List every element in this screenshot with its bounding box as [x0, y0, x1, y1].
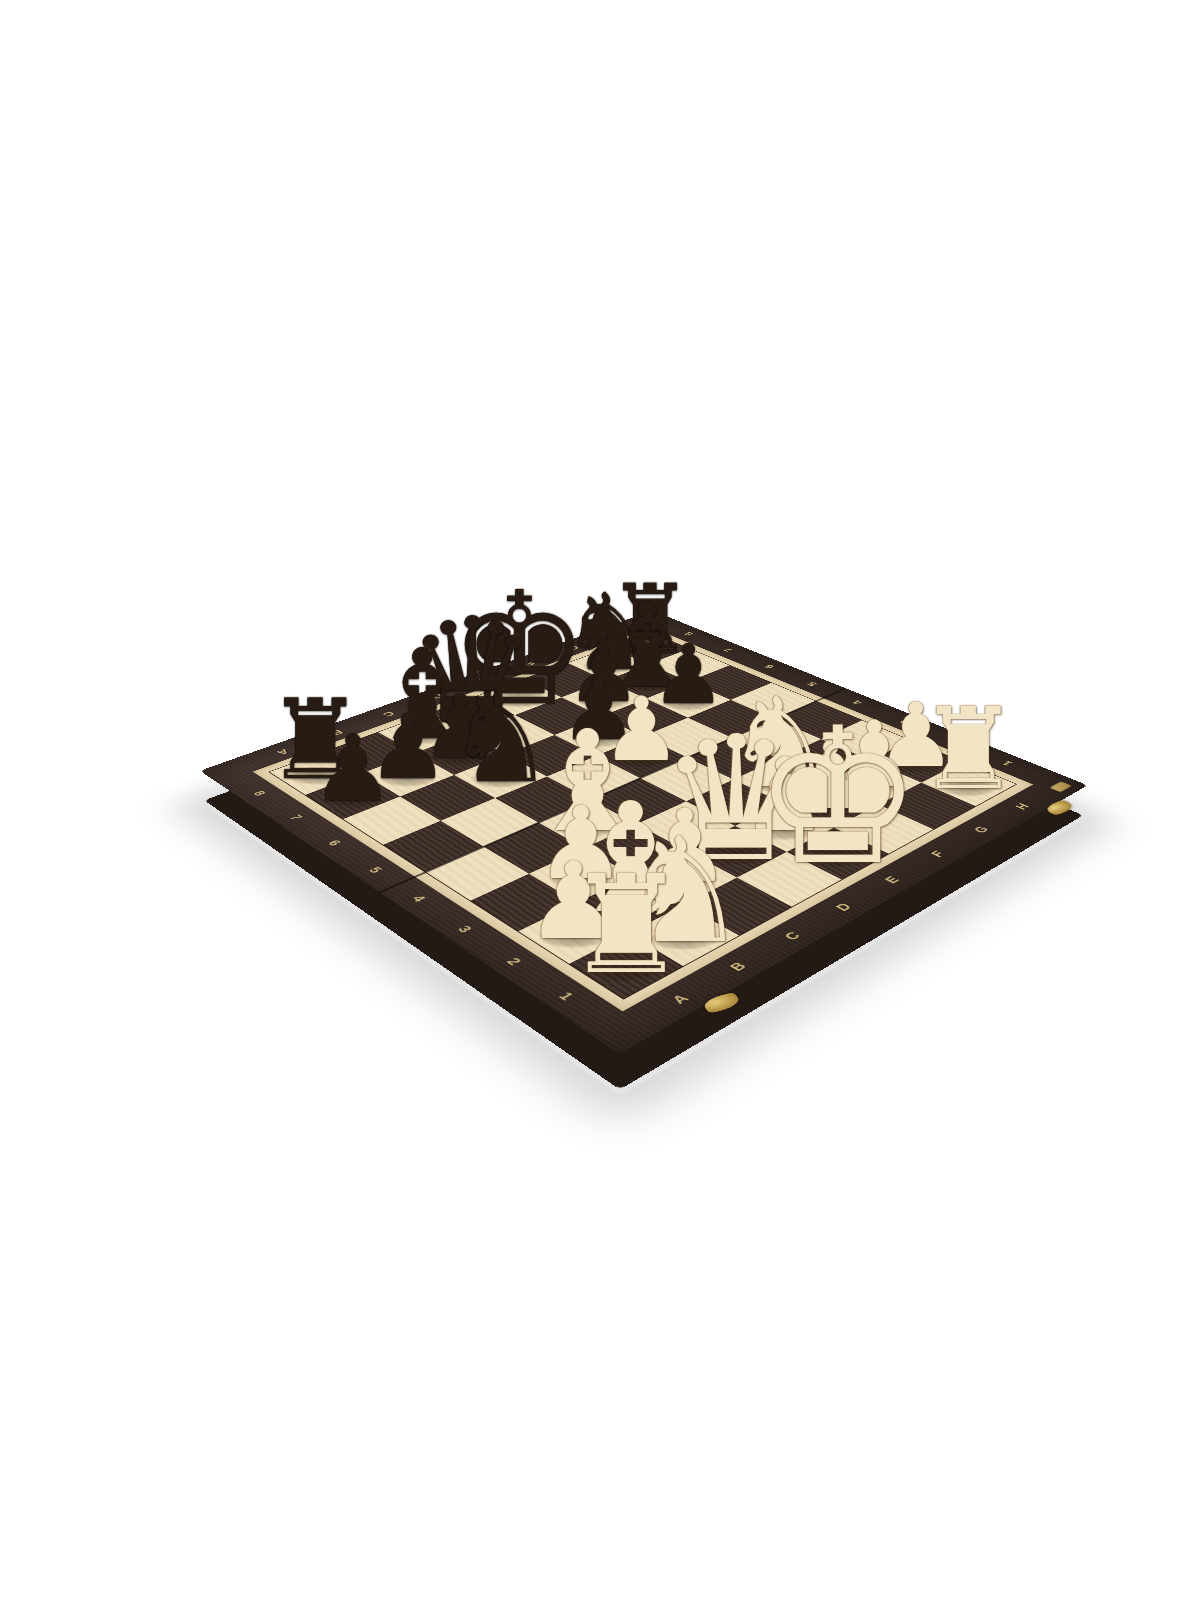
- board-grid: [270, 633, 1016, 999]
- photo-stage: ABCDEFGH ABCDEFGH 87654321 87654321 ♜♝♛♚…: [0, 0, 1200, 1600]
- chessboard: ABCDEFGH ABCDEFGH 87654321 87654321: [200, 611, 1088, 1054]
